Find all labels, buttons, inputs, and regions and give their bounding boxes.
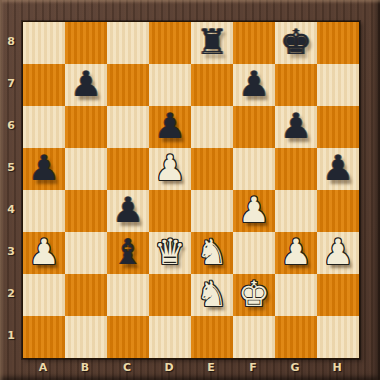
- square-b3[interactable]: [65, 232, 107, 274]
- file-label-g: G: [274, 357, 316, 380]
- square-e7[interactable]: [191, 64, 233, 106]
- square-f4[interactable]: ♟: [233, 190, 275, 232]
- piece-black-pawn[interactable]: ♟: [65, 64, 107, 106]
- piece-white-knight[interactable]: ♞: [191, 232, 233, 274]
- square-e4[interactable]: [191, 190, 233, 232]
- square-a6[interactable]: [23, 106, 65, 148]
- square-b8[interactable]: [65, 22, 107, 64]
- piece-white-pawn[interactable]: ♟: [233, 190, 275, 232]
- square-e1[interactable]: [191, 316, 233, 358]
- piece-black-pawn[interactable]: ♟: [23, 148, 65, 190]
- square-h8[interactable]: [317, 22, 359, 64]
- square-c7[interactable]: [107, 64, 149, 106]
- piece-black-pawn[interactable]: ♟: [275, 106, 317, 148]
- square-f3[interactable]: [233, 232, 275, 274]
- square-a8[interactable]: [23, 22, 65, 64]
- square-g4[interactable]: [275, 190, 317, 232]
- square-c6[interactable]: [107, 106, 149, 148]
- rank-label-1: 1: [0, 315, 22, 357]
- square-d1[interactable]: [149, 316, 191, 358]
- square-h5[interactable]: ♟: [317, 148, 359, 190]
- file-label-a: A: [22, 357, 64, 380]
- piece-black-king[interactable]: ♚: [275, 22, 317, 64]
- square-b1[interactable]: [65, 316, 107, 358]
- square-e2[interactable]: ♞: [191, 274, 233, 316]
- piece-white-knight[interactable]: ♞: [191, 274, 233, 316]
- file-label-e: E: [190, 357, 232, 380]
- square-g7[interactable]: [275, 64, 317, 106]
- rank-label-5: 5: [0, 147, 22, 189]
- square-e8[interactable]: ♜: [191, 22, 233, 64]
- square-b4[interactable]: [65, 190, 107, 232]
- file-label-f: F: [232, 357, 274, 380]
- rank-label-6: 6: [0, 105, 22, 147]
- rank-label-8: 8: [0, 21, 22, 63]
- piece-black-pawn[interactable]: ♟: [107, 190, 149, 232]
- square-d3[interactable]: ♛: [149, 232, 191, 274]
- square-b5[interactable]: [65, 148, 107, 190]
- square-a3[interactable]: ♟: [23, 232, 65, 274]
- square-d7[interactable]: [149, 64, 191, 106]
- square-a1[interactable]: [23, 316, 65, 358]
- square-g2[interactable]: [275, 274, 317, 316]
- square-h6[interactable]: [317, 106, 359, 148]
- square-a5[interactable]: ♟: [23, 148, 65, 190]
- square-b6[interactable]: [65, 106, 107, 148]
- square-e6[interactable]: [191, 106, 233, 148]
- file-label-c: C: [106, 357, 148, 380]
- rank-label-3: 3: [0, 231, 22, 273]
- square-a2[interactable]: [23, 274, 65, 316]
- square-e3[interactable]: ♞: [191, 232, 233, 274]
- piece-white-king[interactable]: ♚: [233, 274, 275, 316]
- square-g6[interactable]: ♟: [275, 106, 317, 148]
- square-d5[interactable]: ♟: [149, 148, 191, 190]
- square-b7[interactable]: ♟: [65, 64, 107, 106]
- rank-label-2: 2: [0, 273, 22, 315]
- square-h3[interactable]: ♟: [317, 232, 359, 274]
- square-h7[interactable]: [317, 64, 359, 106]
- square-g3[interactable]: ♟: [275, 232, 317, 274]
- file-label-d: D: [148, 357, 190, 380]
- square-c5[interactable]: [107, 148, 149, 190]
- square-c8[interactable]: [107, 22, 149, 64]
- square-c2[interactable]: [107, 274, 149, 316]
- piece-black-pawn[interactable]: ♟: [317, 148, 359, 190]
- square-f1[interactable]: [233, 316, 275, 358]
- piece-black-pawn[interactable]: ♟: [233, 64, 275, 106]
- square-h2[interactable]: [317, 274, 359, 316]
- piece-white-queen[interactable]: ♛: [149, 232, 191, 274]
- square-f6[interactable]: [233, 106, 275, 148]
- square-f2[interactable]: ♚: [233, 274, 275, 316]
- square-g1[interactable]: [275, 316, 317, 358]
- piece-white-pawn[interactable]: ♟: [317, 232, 359, 274]
- square-c4[interactable]: ♟: [107, 190, 149, 232]
- square-g8[interactable]: ♚: [275, 22, 317, 64]
- square-g5[interactable]: [275, 148, 317, 190]
- rank-label-4: 4: [0, 189, 22, 231]
- square-c3[interactable]: ♝: [107, 232, 149, 274]
- rank-label-7: 7: [0, 63, 22, 105]
- square-f8[interactable]: [233, 22, 275, 64]
- square-d6[interactable]: ♟: [149, 106, 191, 148]
- square-h4[interactable]: [317, 190, 359, 232]
- square-d2[interactable]: [149, 274, 191, 316]
- piece-black-bishop[interactable]: ♝: [107, 232, 149, 274]
- piece-black-rook[interactable]: ♜: [191, 22, 233, 64]
- square-f7[interactable]: ♟: [233, 64, 275, 106]
- square-b2[interactable]: [65, 274, 107, 316]
- square-a4[interactable]: [23, 190, 65, 232]
- piece-white-pawn[interactable]: ♟: [23, 232, 65, 274]
- square-e5[interactable]: [191, 148, 233, 190]
- square-f5[interactable]: [233, 148, 275, 190]
- square-d4[interactable]: [149, 190, 191, 232]
- file-label-b: B: [64, 357, 106, 380]
- piece-white-pawn[interactable]: ♟: [275, 232, 317, 274]
- square-h1[interactable]: [317, 316, 359, 358]
- square-c1[interactable]: [107, 316, 149, 358]
- piece-black-pawn[interactable]: ♟: [149, 106, 191, 148]
- chess-board-frame: ♜♚♟♟♟♟♟♟♟♟♟♟♝♛♞♟♟♞♚ 87654321 ABCDEFGH: [0, 0, 380, 380]
- chess-board: ♜♚♟♟♟♟♟♟♟♟♟♟♝♛♞♟♟♞♚: [22, 21, 360, 359]
- square-a7[interactable]: [23, 64, 65, 106]
- piece-white-pawn[interactable]: ♟: [149, 148, 191, 190]
- square-d8[interactable]: [149, 22, 191, 64]
- file-label-h: H: [316, 357, 358, 380]
